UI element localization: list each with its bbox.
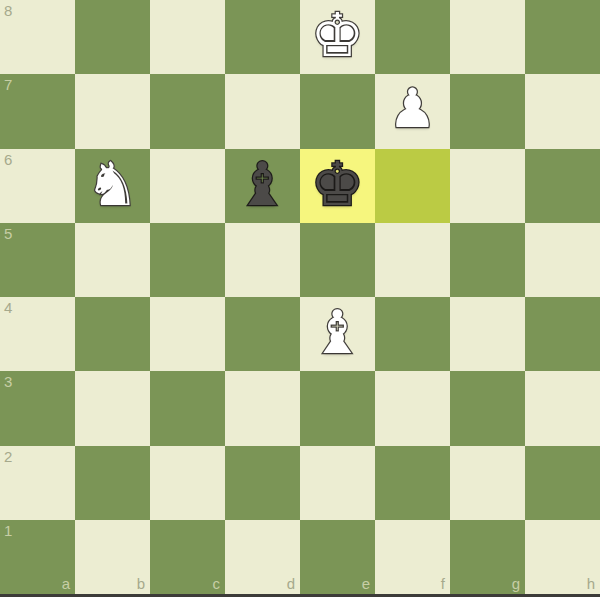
- square-h7[interactable]: [525, 74, 600, 148]
- square-a3[interactable]: 3: [0, 371, 75, 445]
- square-d7[interactable]: [225, 74, 300, 148]
- square-h5[interactable]: [525, 223, 600, 297]
- square-f1[interactable]: f: [375, 520, 450, 594]
- square-b6[interactable]: ♞: [75, 149, 150, 223]
- square-h8[interactable]: [525, 0, 600, 74]
- black-king-piece[interactable]: ♚: [311, 147, 365, 221]
- square-g7[interactable]: [450, 74, 525, 148]
- square-h1[interactable]: h: [525, 520, 600, 594]
- square-e3[interactable]: [300, 371, 375, 445]
- square-g1[interactable]: g: [450, 520, 525, 594]
- square-f5[interactable]: [375, 223, 450, 297]
- square-c8[interactable]: [150, 0, 225, 74]
- square-e6[interactable]: ♚: [300, 149, 375, 223]
- square-b8[interactable]: [75, 0, 150, 74]
- file-label-b: b: [137, 576, 145, 591]
- square-c1[interactable]: c: [150, 520, 225, 594]
- square-c5[interactable]: [150, 223, 225, 297]
- square-c3[interactable]: [150, 371, 225, 445]
- square-a4[interactable]: 4: [0, 297, 75, 371]
- square-f3[interactable]: [375, 371, 450, 445]
- square-a6[interactable]: 6: [0, 149, 75, 223]
- white-bishop-piece[interactable]: ♝: [311, 295, 365, 369]
- square-d4[interactable]: [225, 297, 300, 371]
- square-d2[interactable]: [225, 446, 300, 520]
- square-a1[interactable]: 1a: [0, 520, 75, 594]
- square-c6[interactable]: [150, 149, 225, 223]
- square-a2[interactable]: 2: [0, 446, 75, 520]
- square-d3[interactable]: [225, 371, 300, 445]
- file-label-h: h: [587, 576, 595, 591]
- square-d1[interactable]: d: [225, 520, 300, 594]
- square-g5[interactable]: [450, 223, 525, 297]
- file-label-a: a: [62, 576, 70, 591]
- square-d5[interactable]: [225, 223, 300, 297]
- square-e2[interactable]: [300, 446, 375, 520]
- square-a8[interactable]: 8: [0, 0, 75, 74]
- square-g4[interactable]: [450, 297, 525, 371]
- square-e7[interactable]: [300, 74, 375, 148]
- rank-label-7: 7: [4, 77, 12, 92]
- square-h2[interactable]: [525, 446, 600, 520]
- square-g2[interactable]: [450, 446, 525, 520]
- square-g8[interactable]: [450, 0, 525, 74]
- rank-label-4: 4: [4, 300, 12, 315]
- square-f6[interactable]: [375, 149, 450, 223]
- white-knight-piece[interactable]: ♞: [86, 147, 140, 221]
- square-b4[interactable]: [75, 297, 150, 371]
- file-label-g: g: [512, 576, 520, 591]
- file-label-e: e: [362, 576, 370, 591]
- square-f2[interactable]: [375, 446, 450, 520]
- black-bishop-piece[interactable]: ♝: [236, 147, 290, 221]
- chess-board: 8♚7♟6♞♝♚54♝321abcdefgh: [0, 0, 600, 594]
- rank-label-2: 2: [4, 449, 12, 464]
- square-b2[interactable]: [75, 446, 150, 520]
- square-g3[interactable]: [450, 371, 525, 445]
- square-f7[interactable]: ♟: [375, 74, 450, 148]
- square-h6[interactable]: [525, 149, 600, 223]
- file-label-c: c: [213, 576, 221, 591]
- square-e8[interactable]: ♚: [300, 0, 375, 74]
- square-a5[interactable]: 5: [0, 223, 75, 297]
- square-e5[interactable]: [300, 223, 375, 297]
- square-b3[interactable]: [75, 371, 150, 445]
- rank-label-6: 6: [4, 152, 12, 167]
- square-d6[interactable]: ♝: [225, 149, 300, 223]
- square-f8[interactable]: [375, 0, 450, 74]
- square-c4[interactable]: [150, 297, 225, 371]
- square-c7[interactable]: [150, 74, 225, 148]
- rank-label-8: 8: [4, 3, 12, 18]
- square-g6[interactable]: [450, 149, 525, 223]
- square-a7[interactable]: 7: [0, 74, 75, 148]
- file-label-f: f: [441, 576, 445, 591]
- square-f4[interactable]: [375, 297, 450, 371]
- square-c2[interactable]: [150, 446, 225, 520]
- square-b7[interactable]: [75, 74, 150, 148]
- rank-label-5: 5: [4, 226, 12, 241]
- file-label-d: d: [287, 576, 295, 591]
- square-h4[interactable]: [525, 297, 600, 371]
- rank-label-3: 3: [4, 374, 12, 389]
- white-king-piece[interactable]: ♚: [311, 0, 365, 72]
- square-b5[interactable]: [75, 223, 150, 297]
- white-pawn-piece[interactable]: ♟: [388, 72, 436, 146]
- square-e1[interactable]: e: [300, 520, 375, 594]
- square-b1[interactable]: b: [75, 520, 150, 594]
- square-h3[interactable]: [525, 371, 600, 445]
- square-e4[interactable]: ♝: [300, 297, 375, 371]
- square-d8[interactable]: [225, 0, 300, 74]
- chess-app-stage: 8♚7♟6♞♝♚54♝321abcdefgh: [0, 0, 600, 597]
- rank-label-1: 1: [4, 523, 12, 538]
